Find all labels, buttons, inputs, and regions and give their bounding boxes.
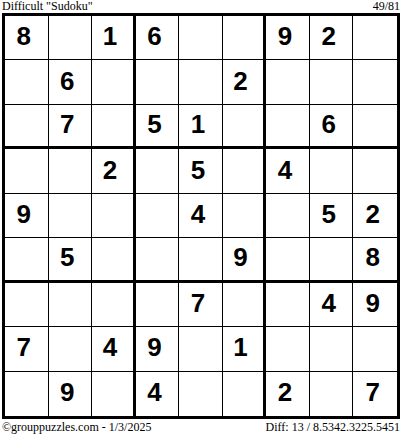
empty-cells-counter: 49/81	[373, 0, 400, 13]
cell-r7c2[interactable]	[49, 283, 93, 327]
cell-r2c1[interactable]	[5, 60, 49, 104]
cell-r8c3[interactable]: 4	[92, 327, 136, 371]
cell-r4c3[interactable]: 2	[92, 149, 136, 193]
cell-r9c6[interactable]	[223, 372, 267, 416]
cell-r5c4[interactable]	[136, 194, 180, 238]
cell-r5c3[interactable]	[92, 194, 136, 238]
cell-r5c1[interactable]: 9	[5, 194, 49, 238]
cell-r9c9[interactable]: 7	[353, 372, 397, 416]
cell-r3c9[interactable]	[353, 105, 397, 149]
cell-r7c9[interactable]: 9	[353, 283, 397, 327]
cell-r5c7[interactable]	[266, 194, 310, 238]
difficulty-text: Diff: 13 / 8.5342.3225.5451	[266, 420, 400, 434]
sudoku-board: 81692627516254945259874974919427	[2, 13, 400, 419]
footer-bar: ©grouppuzzles.com - 1/3/2025 Diff: 13 / …	[2, 420, 400, 435]
cell-r7c8[interactable]: 4	[310, 283, 354, 327]
cell-r8c4[interactable]: 9	[136, 327, 180, 371]
cell-r8c1[interactable]: 7	[5, 327, 49, 371]
cell-r9c4[interactable]: 4	[136, 372, 180, 416]
cell-r8c9[interactable]	[353, 327, 397, 371]
cell-r1c4[interactable]: 6	[136, 16, 180, 60]
cell-r8c7[interactable]	[266, 327, 310, 371]
cell-r5c2[interactable]	[49, 194, 93, 238]
cell-r1c2[interactable]	[49, 16, 93, 60]
cell-r9c8[interactable]	[310, 372, 354, 416]
cell-r1c6[interactable]	[223, 16, 267, 60]
cell-r2c7[interactable]	[266, 60, 310, 104]
cell-r1c3[interactable]: 1	[92, 16, 136, 60]
cell-r8c8[interactable]	[310, 327, 354, 371]
cell-r4c8[interactable]	[310, 149, 354, 193]
cell-r7c6[interactable]	[223, 283, 267, 327]
cell-r9c7[interactable]: 2	[266, 372, 310, 416]
cell-r6c5[interactable]	[179, 238, 223, 282]
cell-r7c3[interactable]	[92, 283, 136, 327]
cell-r1c5[interactable]	[179, 16, 223, 60]
cell-r4c5[interactable]: 5	[179, 149, 223, 193]
copyright-text: ©grouppuzzles.com - 1/3/2025	[2, 420, 151, 434]
cell-r7c1[interactable]	[5, 283, 49, 327]
cell-r2c4[interactable]	[136, 60, 180, 104]
cell-r4c6[interactable]	[223, 149, 267, 193]
cell-r7c7[interactable]	[266, 283, 310, 327]
cell-r1c9[interactable]	[353, 16, 397, 60]
cell-r5c6[interactable]	[223, 194, 267, 238]
cell-r9c3[interactable]	[92, 372, 136, 416]
sudoku-page: Difficult "Sudoku" 49/81 816926275162549…	[0, 0, 402, 437]
cell-r2c5[interactable]	[179, 60, 223, 104]
cell-r2c9[interactable]	[353, 60, 397, 104]
cell-r2c3[interactable]	[92, 60, 136, 104]
cell-r9c1[interactable]	[5, 372, 49, 416]
header-bar: Difficult "Sudoku" 49/81	[2, 0, 400, 13]
cell-r3c1[interactable]	[5, 105, 49, 149]
cell-r8c6[interactable]: 1	[223, 327, 267, 371]
cell-r2c8[interactable]	[310, 60, 354, 104]
cell-r4c4[interactable]	[136, 149, 180, 193]
cell-r6c3[interactable]	[92, 238, 136, 282]
cell-r4c2[interactable]	[49, 149, 93, 193]
cell-r6c8[interactable]	[310, 238, 354, 282]
cell-r2c2[interactable]: 6	[49, 60, 93, 104]
cell-r6c9[interactable]: 8	[353, 238, 397, 282]
cell-r4c7[interactable]: 4	[266, 149, 310, 193]
cell-r4c1[interactable]	[5, 149, 49, 193]
cell-r6c6[interactable]: 9	[223, 238, 267, 282]
cell-r6c1[interactable]	[5, 238, 49, 282]
cell-r7c4[interactable]	[136, 283, 180, 327]
cell-r5c5[interactable]: 4	[179, 194, 223, 238]
puzzle-title: Difficult "Sudoku"	[2, 0, 93, 13]
cell-r5c9[interactable]: 2	[353, 194, 397, 238]
cell-r3c5[interactable]: 1	[179, 105, 223, 149]
cell-r3c8[interactable]: 6	[310, 105, 354, 149]
cell-r1c7[interactable]: 9	[266, 16, 310, 60]
cell-r7c5[interactable]: 7	[179, 283, 223, 327]
cell-r6c2[interactable]: 5	[49, 238, 93, 282]
cell-r8c2[interactable]	[49, 327, 93, 371]
cell-r2c6[interactable]: 2	[223, 60, 267, 104]
cell-r6c7[interactable]	[266, 238, 310, 282]
cell-r3c6[interactable]	[223, 105, 267, 149]
cell-r3c2[interactable]: 7	[49, 105, 93, 149]
cell-r9c5[interactable]	[179, 372, 223, 416]
cell-r3c4[interactable]: 5	[136, 105, 180, 149]
cell-r9c2[interactable]: 9	[49, 372, 93, 416]
cell-r1c8[interactable]: 2	[310, 16, 354, 60]
cell-r3c7[interactable]	[266, 105, 310, 149]
cell-r4c9[interactable]	[353, 149, 397, 193]
cell-r5c8[interactable]: 5	[310, 194, 354, 238]
cell-r3c3[interactable]	[92, 105, 136, 149]
cell-r6c4[interactable]	[136, 238, 180, 282]
cell-r1c1[interactable]: 8	[5, 16, 49, 60]
cell-r8c5[interactable]	[179, 327, 223, 371]
